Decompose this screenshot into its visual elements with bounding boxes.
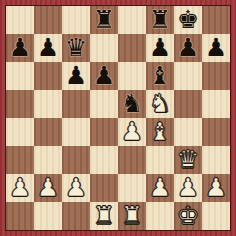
white-pawn-piece: ♟ bbox=[149, 175, 171, 200]
square-a6[interactable] bbox=[6, 62, 34, 90]
black-pawn-piece: ♟ bbox=[93, 63, 115, 88]
square-a8[interactable] bbox=[6, 6, 34, 34]
square-c3[interactable] bbox=[62, 146, 90, 174]
white-pawn-piece: ♟ bbox=[9, 175, 31, 200]
square-c6[interactable]: ♟ bbox=[62, 62, 90, 90]
square-h5[interactable] bbox=[202, 90, 230, 118]
square-h8[interactable] bbox=[202, 6, 230, 34]
black-pawn-piece: ♟ bbox=[177, 35, 199, 60]
black-queen-piece: ♛ bbox=[65, 35, 87, 60]
white-rook-piece: ♜ bbox=[121, 203, 143, 228]
square-h4[interactable] bbox=[202, 118, 230, 146]
square-f5[interactable]: ♞ bbox=[146, 90, 174, 118]
square-e4[interactable]: ♟ bbox=[118, 118, 146, 146]
square-c4[interactable] bbox=[62, 118, 90, 146]
square-f8[interactable]: ♜ bbox=[146, 6, 174, 34]
square-g8[interactable]: ♚ bbox=[174, 6, 202, 34]
square-b4[interactable] bbox=[34, 118, 62, 146]
square-e3[interactable] bbox=[118, 146, 146, 174]
white-bishop-piece: ♝ bbox=[149, 119, 171, 144]
square-h2[interactable]: ♟ bbox=[202, 174, 230, 202]
square-f6[interactable]: ♝ bbox=[146, 62, 174, 90]
square-a3[interactable] bbox=[6, 146, 34, 174]
square-a2[interactable]: ♟ bbox=[6, 174, 34, 202]
white-pawn-piece: ♟ bbox=[177, 175, 199, 200]
square-d5[interactable] bbox=[90, 90, 118, 118]
square-e6[interactable] bbox=[118, 62, 146, 90]
square-f2[interactable]: ♟ bbox=[146, 174, 174, 202]
white-king-piece: ♚ bbox=[177, 203, 199, 228]
black-bishop-piece: ♝ bbox=[149, 63, 171, 88]
square-g7[interactable]: ♟ bbox=[174, 34, 202, 62]
square-e2[interactable] bbox=[118, 174, 146, 202]
black-pawn-piece: ♟ bbox=[9, 35, 31, 60]
square-a7[interactable]: ♟ bbox=[6, 34, 34, 62]
board-frame: ♜♜♚♟♟♛♟♟♟♟♟♝♞♞♟♝♛♟♟♟♟♟♟♜♜♚ bbox=[0, 0, 236, 236]
white-queen-piece: ♛ bbox=[177, 147, 199, 172]
white-pawn-piece: ♟ bbox=[121, 119, 143, 144]
square-b6[interactable] bbox=[34, 62, 62, 90]
square-f3[interactable] bbox=[146, 146, 174, 174]
square-f4[interactable]: ♝ bbox=[146, 118, 174, 146]
square-h3[interactable] bbox=[202, 146, 230, 174]
square-c8[interactable] bbox=[62, 6, 90, 34]
square-e8[interactable] bbox=[118, 6, 146, 34]
square-a4[interactable] bbox=[6, 118, 34, 146]
white-pawn-piece: ♟ bbox=[37, 175, 59, 200]
white-rook-piece: ♜ bbox=[93, 203, 115, 228]
black-rook-piece: ♜ bbox=[149, 7, 171, 32]
square-d8[interactable]: ♜ bbox=[90, 6, 118, 34]
square-d6[interactable]: ♟ bbox=[90, 62, 118, 90]
square-f7[interactable]: ♟ bbox=[146, 34, 174, 62]
square-g6[interactable] bbox=[174, 62, 202, 90]
black-king-piece: ♚ bbox=[177, 7, 199, 32]
black-pawn-piece: ♟ bbox=[205, 35, 227, 60]
square-d7[interactable] bbox=[90, 34, 118, 62]
square-e5[interactable]: ♞ bbox=[118, 90, 146, 118]
square-c1[interactable] bbox=[62, 202, 90, 230]
square-b2[interactable]: ♟ bbox=[34, 174, 62, 202]
white-knight-piece: ♞ bbox=[149, 91, 171, 116]
black-pawn-piece: ♟ bbox=[37, 35, 59, 60]
square-b5[interactable] bbox=[34, 90, 62, 118]
square-g5[interactable] bbox=[174, 90, 202, 118]
square-a1[interactable] bbox=[6, 202, 34, 230]
square-a5[interactable] bbox=[6, 90, 34, 118]
square-b1[interactable] bbox=[34, 202, 62, 230]
square-d1[interactable]: ♜ bbox=[90, 202, 118, 230]
square-h6[interactable] bbox=[202, 62, 230, 90]
square-c7[interactable]: ♛ bbox=[62, 34, 90, 62]
black-pawn-piece: ♟ bbox=[149, 35, 171, 60]
black-knight-piece: ♞ bbox=[121, 91, 143, 116]
square-g2[interactable]: ♟ bbox=[174, 174, 202, 202]
chess-board: ♜♜♚♟♟♛♟♟♟♟♟♝♞♞♟♝♛♟♟♟♟♟♟♜♜♚ bbox=[6, 6, 230, 230]
square-e7[interactable] bbox=[118, 34, 146, 62]
square-g3[interactable]: ♛ bbox=[174, 146, 202, 174]
white-pawn-piece: ♟ bbox=[65, 175, 87, 200]
square-d3[interactable] bbox=[90, 146, 118, 174]
square-b8[interactable] bbox=[34, 6, 62, 34]
square-b3[interactable] bbox=[34, 146, 62, 174]
square-e1[interactable]: ♜ bbox=[118, 202, 146, 230]
square-g4[interactable] bbox=[174, 118, 202, 146]
square-d4[interactable] bbox=[90, 118, 118, 146]
square-c5[interactable] bbox=[62, 90, 90, 118]
black-pawn-piece: ♟ bbox=[65, 63, 87, 88]
square-h1[interactable] bbox=[202, 202, 230, 230]
square-d2[interactable] bbox=[90, 174, 118, 202]
square-c2[interactable]: ♟ bbox=[62, 174, 90, 202]
black-rook-piece: ♜ bbox=[93, 7, 115, 32]
square-f1[interactable] bbox=[146, 202, 174, 230]
square-g1[interactable]: ♚ bbox=[174, 202, 202, 230]
square-b7[interactable]: ♟ bbox=[34, 34, 62, 62]
white-pawn-piece: ♟ bbox=[205, 175, 227, 200]
square-h7[interactable]: ♟ bbox=[202, 34, 230, 62]
